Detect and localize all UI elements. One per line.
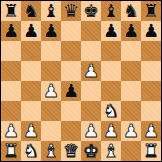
square-g7[interactable]: ♟ [121,21,141,41]
white-queen-icon: ♛ [63,141,79,161]
square-a1[interactable]: ♜ [1,141,21,161]
black-pawn-icon: ♟ [123,21,139,41]
square-c8[interactable]: ♝ [41,1,61,21]
black-knight-icon: ♞ [23,1,39,21]
square-b8[interactable]: ♞ [21,1,41,21]
square-b5[interactable] [21,61,41,81]
square-b7[interactable]: ♟ [21,21,41,41]
square-h7[interactable]: ♟ [141,21,161,41]
square-b4[interactable] [21,81,41,101]
square-b3[interactable] [21,101,41,121]
square-e3[interactable] [81,101,101,121]
black-bishop-icon: ♝ [103,1,119,21]
square-h2[interactable]: ♟ [141,121,161,141]
square-b1[interactable]: ♞ [21,141,41,161]
square-f1[interactable]: ♝ [101,141,121,161]
white-bishop-icon: ♝ [103,141,119,161]
square-h5[interactable] [141,61,161,81]
square-f6[interactable] [101,41,121,61]
square-h3[interactable] [141,101,161,121]
square-g4[interactable] [121,81,141,101]
square-f4[interactable] [101,81,121,101]
chess-board-frame: ♜♞♝♛♚♝♞♜♟♟♟♟♟♟♟♟♟♞♟♟♟♟♟♟♜♞♝♛♚♝♜ [0,0,162,162]
black-pawn-icon: ♟ [63,81,79,101]
square-f2[interactable]: ♟ [101,121,121,141]
white-rook-icon: ♜ [143,141,159,161]
square-c3[interactable] [41,101,61,121]
square-e8[interactable]: ♚ [81,1,101,21]
square-e4[interactable] [81,81,101,101]
black-knight-icon: ♞ [123,1,139,21]
black-pawn-icon: ♟ [23,21,39,41]
black-pawn-icon: ♟ [103,21,119,41]
square-d2[interactable] [61,121,81,141]
square-h8[interactable]: ♜ [141,1,161,21]
white-pawn-icon: ♟ [143,121,159,141]
square-c2[interactable] [41,121,61,141]
square-h6[interactable] [141,41,161,61]
square-g6[interactable] [121,41,141,61]
square-d3[interactable] [61,101,81,121]
square-d1[interactable]: ♛ [61,141,81,161]
white-pawn-icon: ♟ [123,121,139,141]
square-c1[interactable]: ♝ [41,141,61,161]
square-a6[interactable] [1,41,21,61]
square-e6[interactable] [81,41,101,61]
white-pawn-icon: ♟ [3,121,19,141]
square-c4[interactable]: ♟ [41,81,61,101]
white-pawn-icon: ♟ [43,81,59,101]
black-rook-icon: ♜ [143,1,159,21]
square-h1[interactable]: ♜ [141,141,161,161]
white-pawn-icon: ♟ [103,121,119,141]
black-king-icon: ♚ [83,1,99,21]
white-pawn-icon: ♟ [83,121,99,141]
square-e7[interactable] [81,21,101,41]
square-g3[interactable] [121,101,141,121]
square-b6[interactable] [21,41,41,61]
square-e5[interactable]: ♟ [81,61,101,81]
square-a2[interactable]: ♟ [1,121,21,141]
square-c6[interactable] [41,41,61,61]
square-c7[interactable]: ♟ [41,21,61,41]
square-a3[interactable] [1,101,21,121]
square-d5[interactable] [61,61,81,81]
square-g5[interactable] [121,61,141,81]
square-g8[interactable]: ♞ [121,1,141,21]
white-pawn-icon: ♟ [83,61,99,81]
square-f5[interactable] [101,61,121,81]
square-e2[interactable]: ♟ [81,121,101,141]
square-f8[interactable]: ♝ [101,1,121,21]
chess-board: ♜♞♝♛♚♝♞♜♟♟♟♟♟♟♟♟♟♞♟♟♟♟♟♟♜♞♝♛♚♝♜ [1,1,161,161]
white-king-icon: ♚ [83,141,99,161]
square-h4[interactable] [141,81,161,101]
square-a5[interactable] [1,61,21,81]
square-a4[interactable] [1,81,21,101]
square-d7[interactable] [61,21,81,41]
square-c5[interactable] [41,61,61,81]
black-bishop-icon: ♝ [43,1,59,21]
black-pawn-icon: ♟ [3,21,19,41]
square-d8[interactable]: ♛ [61,1,81,21]
black-queen-icon: ♛ [63,1,79,21]
white-knight-icon: ♞ [103,101,119,121]
white-rook-icon: ♜ [3,141,19,161]
white-pawn-icon: ♟ [23,121,39,141]
square-d6[interactable] [61,41,81,61]
square-g2[interactable]: ♟ [121,121,141,141]
square-f3[interactable]: ♞ [101,101,121,121]
white-bishop-icon: ♝ [43,141,59,161]
square-f7[interactable]: ♟ [101,21,121,41]
square-a8[interactable]: ♜ [1,1,21,21]
square-g1[interactable] [121,141,141,161]
black-pawn-icon: ♟ [143,21,159,41]
white-knight-icon: ♞ [23,141,39,161]
square-d4[interactable]: ♟ [61,81,81,101]
black-rook-icon: ♜ [3,1,19,21]
black-pawn-icon: ♟ [43,21,59,41]
square-b2[interactable]: ♟ [21,121,41,141]
square-e1[interactable]: ♚ [81,141,101,161]
square-a7[interactable]: ♟ [1,21,21,41]
